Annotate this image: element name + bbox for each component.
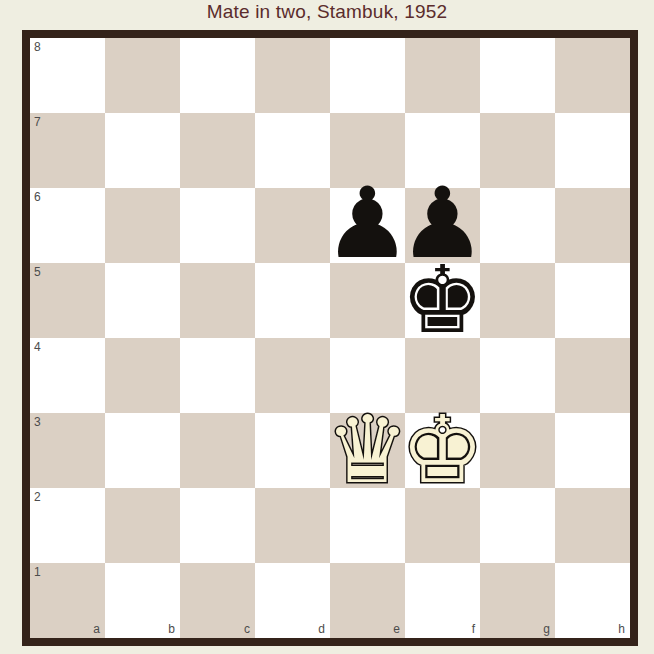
- square-f5[interactable]: ♚: [405, 263, 480, 338]
- square-b6[interactable]: [105, 188, 180, 263]
- square-h6[interactable]: [555, 188, 630, 263]
- white-queen-e3[interactable]: ♛: [326, 404, 409, 497]
- square-d3[interactable]: [255, 413, 330, 488]
- square-h7[interactable]: [555, 113, 630, 188]
- square-g5[interactable]: [480, 263, 555, 338]
- square-a6[interactable]: 6: [30, 188, 105, 263]
- rank-label-6: 6: [34, 191, 41, 203]
- square-f3[interactable]: ♚: [405, 413, 480, 488]
- square-c8[interactable]: [180, 38, 255, 113]
- square-a5[interactable]: 5: [30, 263, 105, 338]
- square-b5[interactable]: [105, 263, 180, 338]
- rank-label-7: 7: [34, 116, 41, 128]
- rank-label-8: 8: [34, 41, 41, 53]
- square-c1[interactable]: c: [180, 563, 255, 638]
- square-a1[interactable]: 1a: [30, 563, 105, 638]
- white-king-f3[interactable]: ♚: [401, 404, 484, 497]
- square-g1[interactable]: g: [480, 563, 555, 638]
- square-b3[interactable]: [105, 413, 180, 488]
- square-c4[interactable]: [180, 338, 255, 413]
- square-d4[interactable]: [255, 338, 330, 413]
- square-c3[interactable]: [180, 413, 255, 488]
- board-grid: 876♟♟5♚43♛♚21abcdefgh: [30, 38, 630, 638]
- file-label-c: c: [244, 623, 250, 635]
- square-g7[interactable]: [480, 113, 555, 188]
- rank-label-5: 5: [34, 266, 41, 278]
- square-h1[interactable]: h: [555, 563, 630, 638]
- square-b4[interactable]: [105, 338, 180, 413]
- file-label-b: b: [168, 623, 175, 635]
- square-c5[interactable]: [180, 263, 255, 338]
- square-b1[interactable]: b: [105, 563, 180, 638]
- square-a4[interactable]: 4: [30, 338, 105, 413]
- square-d5[interactable]: [255, 263, 330, 338]
- square-e8[interactable]: [330, 38, 405, 113]
- square-h5[interactable]: [555, 263, 630, 338]
- square-a8[interactable]: 8: [30, 38, 105, 113]
- square-g8[interactable]: [480, 38, 555, 113]
- square-a7[interactable]: 7: [30, 113, 105, 188]
- rank-label-2: 2: [34, 491, 41, 503]
- square-h2[interactable]: [555, 488, 630, 563]
- square-d6[interactable]: [255, 188, 330, 263]
- file-label-h: h: [618, 623, 625, 635]
- square-g4[interactable]: [480, 338, 555, 413]
- square-d1[interactable]: d: [255, 563, 330, 638]
- rank-label-1: 1: [34, 566, 41, 578]
- square-d7[interactable]: [255, 113, 330, 188]
- square-h8[interactable]: [555, 38, 630, 113]
- square-b8[interactable]: [105, 38, 180, 113]
- square-g2[interactable]: [480, 488, 555, 563]
- square-e1[interactable]: e: [330, 563, 405, 638]
- square-c2[interactable]: [180, 488, 255, 563]
- square-g6[interactable]: [480, 188, 555, 263]
- square-e3[interactable]: ♛: [330, 413, 405, 488]
- chess-board: 876♟♟5♚43♛♚21abcdefgh: [22, 30, 638, 646]
- rank-label-3: 3: [34, 416, 41, 428]
- rank-label-4: 4: [34, 341, 41, 353]
- file-label-d: d: [318, 623, 325, 635]
- page-title: Mate in two, Stambuk, 1952: [0, 1, 654, 23]
- black-king-f5[interactable]: ♚: [401, 254, 484, 347]
- square-a2[interactable]: 2: [30, 488, 105, 563]
- square-d8[interactable]: [255, 38, 330, 113]
- page: Mate in two, Stambuk, 1952 876♟♟5♚43♛♚21…: [0, 0, 654, 654]
- square-b2[interactable]: [105, 488, 180, 563]
- square-c6[interactable]: [180, 188, 255, 263]
- square-f8[interactable]: [405, 38, 480, 113]
- file-label-e: e: [393, 623, 400, 635]
- square-h3[interactable]: [555, 413, 630, 488]
- square-d2[interactable]: [255, 488, 330, 563]
- file-label-f: f: [472, 623, 475, 635]
- square-a3[interactable]: 3: [30, 413, 105, 488]
- square-e6[interactable]: ♟: [330, 188, 405, 263]
- file-label-g: g: [543, 623, 550, 635]
- square-h4[interactable]: [555, 338, 630, 413]
- square-f1[interactable]: f: [405, 563, 480, 638]
- square-c7[interactable]: [180, 113, 255, 188]
- square-b7[interactable]: [105, 113, 180, 188]
- file-label-a: a: [93, 623, 100, 635]
- square-g3[interactable]: [480, 413, 555, 488]
